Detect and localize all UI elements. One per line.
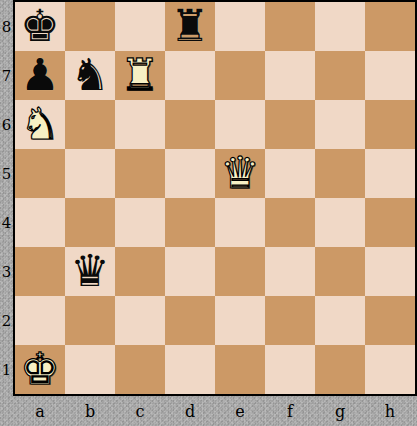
square-b5[interactable] bbox=[65, 149, 115, 198]
square-c5[interactable] bbox=[115, 149, 165, 198]
rank-labels: 87654321 bbox=[0, 2, 13, 394]
square-h1[interactable] bbox=[365, 345, 415, 394]
square-e4[interactable] bbox=[215, 198, 265, 247]
white-king[interactable]: ♚ bbox=[20, 347, 59, 391]
black-knight[interactable]: ♞ bbox=[70, 53, 109, 97]
square-e5[interactable]: ♛ bbox=[215, 149, 265, 198]
square-f4[interactable] bbox=[265, 198, 315, 247]
rank-label-6: 6 bbox=[0, 100, 13, 149]
square-a8[interactable]: ♚ bbox=[15, 2, 65, 51]
square-d1[interactable] bbox=[165, 345, 215, 394]
file-labels: abcdefgh bbox=[15, 398, 415, 425]
square-f8[interactable] bbox=[265, 2, 315, 51]
square-c1[interactable] bbox=[115, 345, 165, 394]
square-d2[interactable] bbox=[165, 296, 215, 345]
square-c4[interactable] bbox=[115, 198, 165, 247]
square-b1[interactable] bbox=[65, 345, 115, 394]
square-a4[interactable] bbox=[15, 198, 65, 247]
rank-label-1: 1 bbox=[0, 345, 13, 394]
rank-label-3: 3 bbox=[0, 247, 13, 296]
square-g6[interactable] bbox=[315, 100, 365, 149]
square-a3[interactable] bbox=[15, 247, 65, 296]
square-c7[interactable]: ♜ bbox=[115, 51, 165, 100]
file-label-g: g bbox=[315, 398, 365, 425]
square-e8[interactable] bbox=[215, 2, 265, 51]
square-d7[interactable] bbox=[165, 51, 215, 100]
square-d6[interactable] bbox=[165, 100, 215, 149]
white-knight[interactable]: ♞ bbox=[20, 102, 59, 146]
file-label-c: c bbox=[115, 398, 165, 425]
square-h7[interactable] bbox=[365, 51, 415, 100]
square-f1[interactable] bbox=[265, 345, 315, 394]
square-f6[interactable] bbox=[265, 100, 315, 149]
rank-label-4: 4 bbox=[0, 198, 13, 247]
file-label-h: h bbox=[365, 398, 415, 425]
square-f5[interactable] bbox=[265, 149, 315, 198]
file-label-a: a bbox=[15, 398, 65, 425]
black-queen[interactable]: ♛ bbox=[70, 249, 109, 293]
rank-label-8: 8 bbox=[0, 2, 13, 51]
white-queen[interactable]: ♛ bbox=[220, 151, 259, 195]
square-d5[interactable] bbox=[165, 149, 215, 198]
square-g8[interactable] bbox=[315, 2, 365, 51]
square-c3[interactable] bbox=[115, 247, 165, 296]
square-g2[interactable] bbox=[315, 296, 365, 345]
square-c8[interactable] bbox=[115, 2, 165, 51]
white-rook[interactable]: ♜ bbox=[120, 53, 159, 97]
file-label-f: f bbox=[265, 398, 315, 425]
file-label-d: d bbox=[165, 398, 215, 425]
black-king[interactable]: ♚ bbox=[20, 4, 59, 48]
square-a6[interactable]: ♞ bbox=[15, 100, 65, 149]
black-rook[interactable]: ♜ bbox=[170, 4, 209, 48]
square-h5[interactable] bbox=[365, 149, 415, 198]
file-label-b: b bbox=[65, 398, 115, 425]
square-g1[interactable] bbox=[315, 345, 365, 394]
square-e1[interactable] bbox=[215, 345, 265, 394]
square-f7[interactable] bbox=[265, 51, 315, 100]
chess-board: ♚♜♟♞♜♞♛♛♚ bbox=[13, 0, 417, 396]
square-e7[interactable] bbox=[215, 51, 265, 100]
square-g5[interactable] bbox=[315, 149, 365, 198]
square-h2[interactable] bbox=[365, 296, 415, 345]
square-b6[interactable] bbox=[65, 100, 115, 149]
square-b3[interactable]: ♛ bbox=[65, 247, 115, 296]
square-b4[interactable] bbox=[65, 198, 115, 247]
square-c6[interactable] bbox=[115, 100, 165, 149]
square-h6[interactable] bbox=[365, 100, 415, 149]
square-e3[interactable] bbox=[215, 247, 265, 296]
square-f3[interactable] bbox=[265, 247, 315, 296]
rank-label-2: 2 bbox=[0, 296, 13, 345]
square-h8[interactable] bbox=[365, 2, 415, 51]
chess-app-window: { "game": "chess", "position": "k2r4/pnR… bbox=[0, 0, 417, 426]
square-d3[interactable] bbox=[165, 247, 215, 296]
square-g4[interactable] bbox=[315, 198, 365, 247]
square-a5[interactable] bbox=[15, 149, 65, 198]
square-g3[interactable] bbox=[315, 247, 365, 296]
board-grid: ♚♜♟♞♜♞♛♛♚ bbox=[15, 2, 415, 394]
square-e6[interactable] bbox=[215, 100, 265, 149]
square-h3[interactable] bbox=[365, 247, 415, 296]
square-a2[interactable] bbox=[15, 296, 65, 345]
square-f2[interactable] bbox=[265, 296, 315, 345]
square-d8[interactable]: ♜ bbox=[165, 2, 215, 51]
rank-label-7: 7 bbox=[0, 51, 13, 100]
square-b8[interactable] bbox=[65, 2, 115, 51]
square-a1[interactable]: ♚ bbox=[15, 345, 65, 394]
file-label-e: e bbox=[215, 398, 265, 425]
rank-label-5: 5 bbox=[0, 149, 13, 198]
square-h4[interactable] bbox=[365, 198, 415, 247]
square-e2[interactable] bbox=[215, 296, 265, 345]
square-d4[interactable] bbox=[165, 198, 215, 247]
black-pawn[interactable]: ♟ bbox=[20, 53, 59, 97]
square-c2[interactable] bbox=[115, 296, 165, 345]
square-b7[interactable]: ♞ bbox=[65, 51, 115, 100]
square-b2[interactable] bbox=[65, 296, 115, 345]
square-g7[interactable] bbox=[315, 51, 365, 100]
square-a7[interactable]: ♟ bbox=[15, 51, 65, 100]
